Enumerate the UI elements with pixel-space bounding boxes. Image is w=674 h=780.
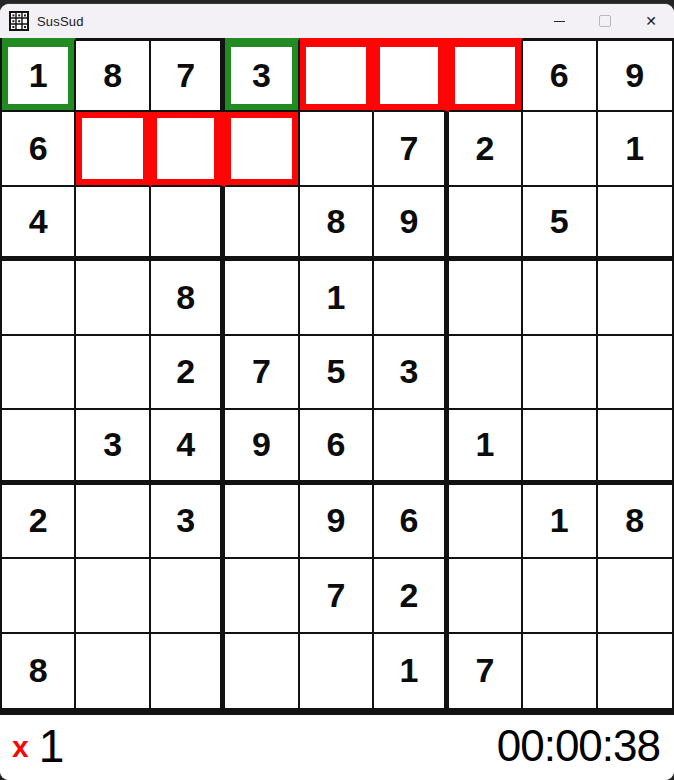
sudoku-cell-r7c4[interactable]: [225, 485, 299, 559]
sudoku-cell-r8c2[interactable]: [76, 559, 150, 633]
sudoku-cell-r5c9[interactable]: [598, 336, 672, 410]
sudoku-cell-r4c8[interactable]: [523, 261, 597, 335]
sudoku-cell-r2c6[interactable]: 7: [374, 112, 448, 186]
sudoku-cell-r7c9[interactable]: 8: [598, 485, 672, 559]
sudoku-cell-r1c2[interactable]: 8: [76, 38, 150, 112]
sudoku-cell-r5c7[interactable]: [449, 336, 523, 410]
sudoku-cell-r3c3[interactable]: [151, 187, 225, 261]
app-sudoku-icon: [9, 11, 29, 31]
sudoku-cell-r9c5[interactable]: [300, 634, 374, 708]
maximize-icon: [599, 15, 611, 27]
sudoku-cell-r3c1[interactable]: 4: [2, 187, 76, 261]
sudoku-cell-r3c2[interactable]: [76, 187, 150, 261]
sudoku-cell-r8c5[interactable]: 7: [300, 559, 374, 633]
sudoku-cell-r9c8[interactable]: [523, 634, 597, 708]
sudoku-cell-r2c5[interactable]: [300, 112, 374, 186]
sudoku-cell-r5c2[interactable]: [76, 336, 150, 410]
minimize-button[interactable]: [536, 4, 582, 38]
sudoku-cell-r9c4[interactable]: [225, 634, 299, 708]
sudoku-cell-r6c2[interactable]: 3: [76, 410, 150, 484]
sudoku-cell-r4c5[interactable]: 1: [300, 261, 374, 335]
sudoku-cell-r6c3[interactable]: 4: [151, 410, 225, 484]
sudoku-cell-r4c9[interactable]: [598, 261, 672, 335]
game-timer: 00:00:38: [497, 724, 660, 768]
sudoku-cell-r8c7[interactable]: [449, 559, 523, 633]
sudoku-cell-r5c5[interactable]: 5: [300, 336, 374, 410]
sudoku-cell-r1c6[interactable]: [374, 38, 448, 112]
titlebar-left: SusSud: [0, 11, 536, 31]
sudoku-cell-r1c9[interactable]: 9: [598, 38, 672, 112]
sudoku-cell-r9c7[interactable]: 7: [449, 634, 523, 708]
sudoku-cell-r3c8[interactable]: 5: [523, 187, 597, 261]
caption-buttons: ✕: [536, 4, 674, 38]
sudoku-cell-r4c6[interactable]: [374, 261, 448, 335]
sudoku-cell-r3c6[interactable]: 9: [374, 187, 448, 261]
sudoku-cell-r1c7[interactable]: [449, 38, 523, 112]
sudoku-cell-r6c7[interactable]: 1: [449, 410, 523, 484]
sudoku-cell-r9c2[interactable]: [76, 634, 150, 708]
sudoku-cell-r5c8[interactable]: [523, 336, 597, 410]
sudoku-cell-r7c3[interactable]: 3: [151, 485, 225, 559]
sudoku-cell-r6c1[interactable]: [2, 410, 76, 484]
sudoku-board: 187369672148958127533496123961872817: [0, 38, 674, 715]
sudoku-cell-r1c3[interactable]: 7: [151, 38, 225, 112]
sudoku-cell-r4c3[interactable]: 8: [151, 261, 225, 335]
sudoku-cell-r1c5[interactable]: [300, 38, 374, 112]
sudoku-cell-r8c6[interactable]: 2: [374, 559, 448, 633]
close-button[interactable]: ✕: [628, 4, 674, 38]
sudoku-cell-r6c8[interactable]: [523, 410, 597, 484]
sudoku-cell-r1c8[interactable]: 6: [523, 38, 597, 112]
sudoku-cell-r5c4[interactable]: 7: [225, 336, 299, 410]
sudoku-cell-r2c8[interactable]: [523, 112, 597, 186]
sudoku-cell-r4c4[interactable]: [225, 261, 299, 335]
sudoku-cell-r2c1[interactable]: 6: [2, 112, 76, 186]
sudoku-cell-r6c9[interactable]: [598, 410, 672, 484]
sudoku-cell-r2c9[interactable]: 1: [598, 112, 672, 186]
sudoku-cell-r4c2[interactable]: [76, 261, 150, 335]
sudoku-cell-r2c3[interactable]: [151, 112, 225, 186]
sudoku-cell-r2c2[interactable]: [76, 112, 150, 186]
sudoku-cell-r7c5[interactable]: 9: [300, 485, 374, 559]
sudoku-cell-r9c9[interactable]: [598, 634, 672, 708]
sudoku-cell-r5c3[interactable]: 2: [151, 336, 225, 410]
sudoku-cell-r3c9[interactable]: [598, 187, 672, 261]
sudoku-cell-r7c7[interactable]: [449, 485, 523, 559]
sudoku-cell-r1c4[interactable]: 3: [225, 38, 299, 112]
sudoku-cell-r4c1[interactable]: [2, 261, 76, 335]
sudoku-cell-r3c5[interactable]: 8: [300, 187, 374, 261]
statusbar: x 1 00:00:38: [0, 715, 674, 780]
sudoku-cell-r5c6[interactable]: 3: [374, 336, 448, 410]
window-title: SusSud: [37, 14, 84, 29]
sudoku-grid: 187369672148958127533496123961872817: [2, 38, 672, 708]
error-x-icon: x: [12, 732, 29, 762]
maximize-button[interactable]: [582, 4, 628, 38]
app-window: SusSud ✕ 1873696721489581275334961239618…: [0, 4, 674, 780]
sudoku-cell-r2c7[interactable]: 2: [449, 112, 523, 186]
sudoku-cell-r6c6[interactable]: [374, 410, 448, 484]
sudoku-cell-r3c4[interactable]: [225, 187, 299, 261]
sudoku-cell-r7c6[interactable]: 6: [374, 485, 448, 559]
titlebar[interactable]: SusSud ✕: [0, 4, 674, 38]
sudoku-cell-r7c8[interactable]: 1: [523, 485, 597, 559]
sudoku-cell-r8c1[interactable]: [2, 559, 76, 633]
sudoku-cell-r7c2[interactable]: [76, 485, 150, 559]
sudoku-cell-r8c9[interactable]: [598, 559, 672, 633]
sudoku-cell-r2c4[interactable]: [225, 112, 299, 186]
sudoku-cell-r6c4[interactable]: 9: [225, 410, 299, 484]
sudoku-cell-r6c5[interactable]: 6: [300, 410, 374, 484]
sudoku-cell-r8c4[interactable]: [225, 559, 299, 633]
error-counter: x 1: [12, 723, 63, 769]
sudoku-cell-r4c7[interactable]: [449, 261, 523, 335]
sudoku-cell-r3c7[interactable]: [449, 187, 523, 261]
sudoku-cell-r8c8[interactable]: [523, 559, 597, 633]
sudoku-cell-r8c3[interactable]: [151, 559, 225, 633]
sudoku-cell-r1c1[interactable]: 1: [2, 38, 76, 112]
sudoku-cell-r9c1[interactable]: 8: [2, 634, 76, 708]
close-icon: ✕: [645, 14, 657, 28]
minimize-icon: [554, 21, 565, 22]
error-count: 1: [39, 723, 64, 769]
sudoku-cell-r7c1[interactable]: 2: [2, 485, 76, 559]
sudoku-cell-r9c6[interactable]: 1: [374, 634, 448, 708]
sudoku-cell-r9c3[interactable]: [151, 634, 225, 708]
sudoku-cell-r5c1[interactable]: [2, 336, 76, 410]
